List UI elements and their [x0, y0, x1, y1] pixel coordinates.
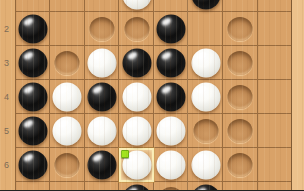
cell-r2c7[interactable] — [223, 12, 258, 46]
stone-highlight — [92, 152, 104, 163]
cell-r3c7[interactable] — [223, 46, 258, 80]
stone-highlight — [23, 50, 35, 61]
cell-r6c8[interactable] — [258, 148, 293, 182]
cell-r6c2[interactable] — [50, 148, 85, 182]
black-stone — [191, 0, 220, 9]
stone-highlight — [23, 152, 35, 163]
empty-hole — [193, 119, 218, 143]
empty-hole — [228, 51, 253, 75]
cell-r4c2[interactable] — [50, 80, 85, 114]
row-label-2: 2 — [0, 24, 13, 33]
stone-highlight — [196, 186, 208, 190]
cell-r2c4[interactable] — [119, 12, 154, 46]
stone-highlight — [161, 16, 173, 27]
cell-r7c6[interactable] — [188, 182, 223, 191]
empty-hole — [89, 17, 114, 41]
row-label-4: 4 — [0, 92, 13, 101]
cell-r1c7[interactable] — [223, 0, 258, 12]
stone-highlight — [126, 118, 138, 129]
black-stone — [191, 184, 220, 190]
empty-hole — [228, 85, 253, 109]
stone-highlight — [126, 50, 138, 61]
cell-r4c1[interactable] — [16, 80, 51, 114]
cell-r6c6[interactable] — [188, 148, 223, 182]
cell-r1c4[interactable] — [119, 0, 154, 12]
last-move-marker-icon — [121, 150, 129, 158]
white-stone — [191, 150, 220, 179]
cell-r5c3[interactable] — [85, 114, 120, 148]
cell-r1c2[interactable] — [50, 0, 85, 12]
cell-r1c3[interactable] — [85, 0, 120, 12]
cell-r3c8[interactable] — [258, 46, 293, 80]
cell-r5c7[interactable] — [223, 114, 258, 148]
black-stone — [87, 150, 116, 179]
empty-hole — [228, 153, 253, 177]
cell-r5c1[interactable] — [16, 114, 51, 148]
cell-r3c3[interactable] — [85, 46, 120, 80]
cell-r6c4[interactable] — [119, 148, 154, 182]
cell-r2c1[interactable] — [16, 12, 51, 46]
reversi-board — [15, 0, 293, 190]
stone-highlight — [126, 84, 138, 95]
cell-r7c8[interactable] — [258, 182, 293, 191]
black-stone — [18, 150, 47, 179]
empty-hole — [228, 119, 253, 143]
white-stone — [53, 82, 82, 111]
stone-highlight — [57, 118, 69, 129]
cell-r7c2[interactable] — [50, 182, 85, 191]
empty-hole — [55, 153, 80, 177]
black-stone — [157, 82, 186, 111]
cell-r1c5[interactable] — [154, 0, 189, 12]
white-stone — [157, 150, 186, 179]
cell-r2c6[interactable] — [188, 12, 223, 46]
cell-r5c5[interactable] — [154, 114, 189, 148]
black-stone — [157, 14, 186, 43]
cell-r4c8[interactable] — [258, 80, 293, 114]
stone-highlight — [23, 118, 35, 129]
cell-r1c6[interactable] — [188, 0, 223, 12]
cell-r2c8[interactable] — [258, 12, 293, 46]
stone-highlight — [196, 152, 208, 163]
stone-highlight — [196, 50, 208, 61]
cell-r3c1[interactable] — [16, 46, 51, 80]
black-stone — [122, 184, 151, 190]
stone-highlight — [126, 186, 138, 190]
stone-highlight — [57, 84, 69, 95]
cell-r4c4[interactable] — [119, 80, 154, 114]
cell-r4c6[interactable] — [188, 80, 223, 114]
cell-r2c5[interactable] — [154, 12, 189, 46]
stone-highlight — [161, 152, 173, 163]
black-stone — [87, 82, 116, 111]
cell-r5c2[interactable] — [50, 114, 85, 148]
black-stone — [157, 48, 186, 77]
row-label-6: 6 — [0, 160, 13, 169]
game-screen: 23456 — [0, 0, 304, 190]
black-stone — [18, 116, 47, 145]
cell-r7c4[interactable] — [119, 182, 154, 191]
cell-r5c4[interactable] — [119, 114, 154, 148]
white-stone — [53, 116, 82, 145]
stone-highlight — [161, 118, 173, 129]
cell-r4c3[interactable] — [85, 80, 120, 114]
empty-hole — [159, 187, 184, 191]
white-stone — [122, 116, 151, 145]
stone-highlight — [92, 50, 104, 61]
cell-r7c3[interactable] — [85, 182, 120, 191]
white-stone — [191, 48, 220, 77]
cell-r3c4[interactable] — [119, 46, 154, 80]
cell-r3c5[interactable] — [154, 46, 189, 80]
cell-r3c2[interactable] — [50, 46, 85, 80]
right-frame — [291, 0, 304, 190]
cell-r7c5[interactable] — [154, 182, 189, 191]
stone-highlight — [92, 84, 104, 95]
empty-hole — [55, 51, 80, 75]
cell-r4c5[interactable] — [154, 80, 189, 114]
stone-highlight — [161, 50, 173, 61]
stone-highlight — [23, 84, 35, 95]
cell-r7c1[interactable] — [16, 182, 51, 191]
cell-r7c7[interactable] — [223, 182, 258, 191]
cell-r6c3[interactable] — [85, 148, 120, 182]
row-label-3: 3 — [0, 58, 13, 67]
stone-highlight — [196, 84, 208, 95]
white-stone — [191, 82, 220, 111]
black-stone — [18, 14, 47, 43]
black-stone — [18, 82, 47, 111]
white-stone — [87, 48, 116, 77]
empty-hole — [124, 17, 149, 41]
white-stone — [122, 0, 151, 9]
black-stone — [122, 48, 151, 77]
white-stone — [122, 82, 151, 111]
cell-r5c6[interactable] — [188, 114, 223, 148]
cell-r6c5[interactable] — [154, 148, 189, 182]
cell-r6c7[interactable] — [223, 148, 258, 182]
stone-highlight — [161, 84, 173, 95]
white-stone — [157, 116, 186, 145]
empty-hole — [228, 17, 253, 41]
cell-r5c8[interactable] — [258, 114, 293, 148]
stone-highlight — [92, 118, 104, 129]
row-label-5: 5 — [0, 126, 13, 135]
cell-r1c1[interactable] — [16, 0, 51, 12]
cell-r6c1[interactable] — [16, 148, 51, 182]
cell-r1c8[interactable] — [258, 0, 293, 12]
stone-highlight — [23, 16, 35, 27]
cell-r2c2[interactable] — [50, 12, 85, 46]
cell-r4c7[interactable] — [223, 80, 258, 114]
cell-r3c6[interactable] — [188, 46, 223, 80]
white-stone — [87, 116, 116, 145]
cell-r2c3[interactable] — [85, 12, 120, 46]
black-stone — [18, 48, 47, 77]
